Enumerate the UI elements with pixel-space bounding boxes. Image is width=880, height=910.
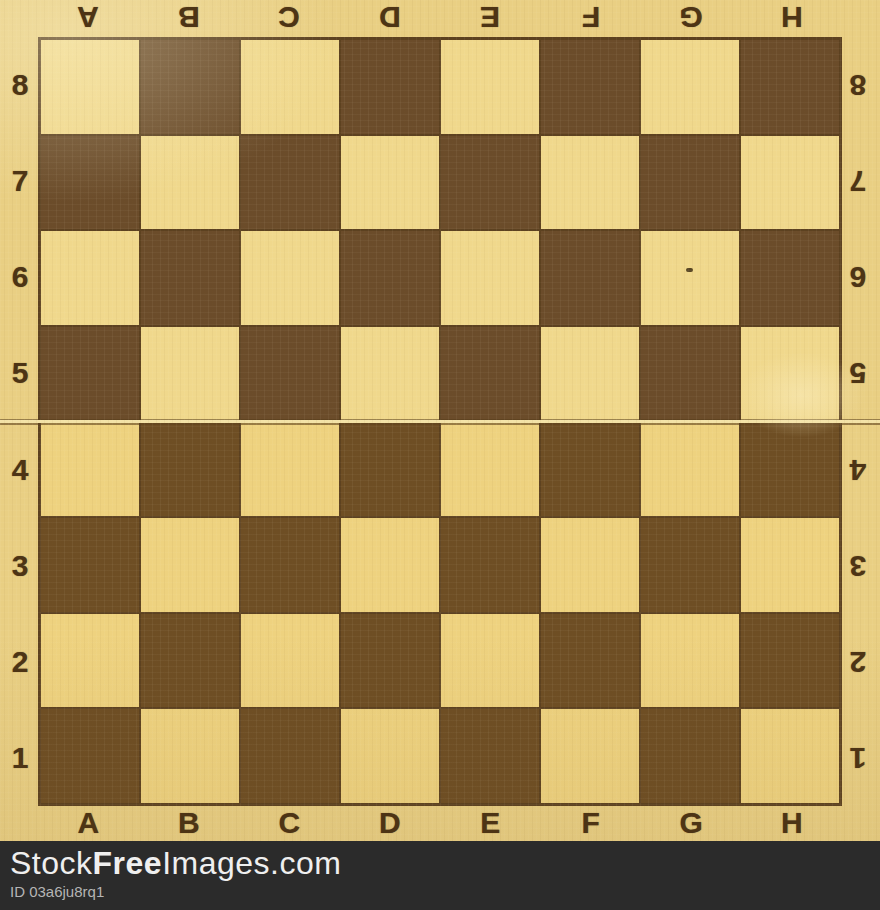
rank-label-left-7: 7 xyxy=(12,166,29,196)
rank-label-right-7: 7 xyxy=(850,166,867,196)
square-b3 xyxy=(141,518,239,612)
square-g8 xyxy=(641,40,739,134)
square-h6 xyxy=(741,231,839,325)
watermark-image-id: ID 03a6ju8rq1 xyxy=(10,883,104,901)
square-g3 xyxy=(641,518,739,612)
square-b6 xyxy=(141,231,239,325)
rank-label-left-5: 5 xyxy=(12,358,29,388)
square-h1 xyxy=(741,709,839,803)
file-label-top-d: D xyxy=(379,2,401,32)
square-f4 xyxy=(541,423,639,517)
square-e2 xyxy=(441,614,539,708)
square-a7 xyxy=(41,136,139,230)
board-photo: AABBCCDDEEFFGGHH8877665544332211 xyxy=(0,0,880,841)
square-b2 xyxy=(141,614,239,708)
square-e6 xyxy=(441,231,539,325)
file-label-top-a: A xyxy=(77,2,99,32)
square-a5 xyxy=(41,327,139,421)
file-label-bottom-g: G xyxy=(680,808,703,838)
square-d2 xyxy=(341,614,439,708)
square-f6 xyxy=(541,231,639,325)
rank-label-left-4: 4 xyxy=(12,455,29,485)
file-label-bottom-a: A xyxy=(77,808,99,838)
square-c3 xyxy=(241,518,339,612)
rank-label-left-2: 2 xyxy=(12,647,29,677)
square-b7 xyxy=(141,136,239,230)
file-label-top-h: H xyxy=(781,2,803,32)
square-h3 xyxy=(741,518,839,612)
square-b4 xyxy=(141,423,239,517)
square-g6 xyxy=(641,231,739,325)
watermark-bar: StockFreeImages.com ID 03a6ju8rq1 xyxy=(0,841,880,910)
file-label-bottom-h: H xyxy=(781,808,803,838)
square-e8 xyxy=(441,40,539,134)
square-c6 xyxy=(241,231,339,325)
watermark-site-part3: Images.com xyxy=(162,845,341,881)
square-f7 xyxy=(541,136,639,230)
file-label-bottom-b: B xyxy=(178,808,200,838)
square-f3 xyxy=(541,518,639,612)
square-a1 xyxy=(41,709,139,803)
watermark-site-name: StockFreeImages.com xyxy=(10,845,341,881)
square-a8 xyxy=(41,40,139,134)
square-g2 xyxy=(641,614,739,708)
square-d8 xyxy=(341,40,439,134)
rank-label-left-6: 6 xyxy=(12,262,29,292)
square-h5 xyxy=(741,327,839,421)
square-a6 xyxy=(41,231,139,325)
square-c4 xyxy=(241,423,339,517)
square-c8 xyxy=(241,40,339,134)
rank-label-right-6: 6 xyxy=(850,262,867,292)
file-label-top-b: B xyxy=(178,2,200,32)
square-d6 xyxy=(341,231,439,325)
square-d1 xyxy=(341,709,439,803)
square-g4 xyxy=(641,423,739,517)
square-h8 xyxy=(741,40,839,134)
square-a4 xyxy=(41,423,139,517)
square-d3 xyxy=(341,518,439,612)
file-label-top-g: G xyxy=(680,2,703,32)
file-label-bottom-f: F xyxy=(582,808,600,838)
square-g7 xyxy=(641,136,739,230)
rank-label-right-5: 5 xyxy=(850,358,867,388)
rank-label-right-8: 8 xyxy=(850,70,867,100)
square-d7 xyxy=(341,136,439,230)
square-f8 xyxy=(541,40,639,134)
square-h2 xyxy=(741,614,839,708)
square-g1 xyxy=(641,709,739,803)
square-g5 xyxy=(641,327,739,421)
file-label-top-c: C xyxy=(278,2,300,32)
rank-label-right-1: 1 xyxy=(850,743,867,773)
rank-label-left-1: 1 xyxy=(12,743,29,773)
rank-label-right-2: 2 xyxy=(850,647,867,677)
square-c2 xyxy=(241,614,339,708)
file-label-top-f: F xyxy=(582,2,600,32)
square-h4 xyxy=(741,423,839,517)
square-c5 xyxy=(241,327,339,421)
rank-label-left-3: 3 xyxy=(12,551,29,581)
square-e1 xyxy=(441,709,539,803)
watermark-site-part2: Free xyxy=(93,845,163,881)
watermark-site-part1: Stock xyxy=(10,845,93,881)
square-f2 xyxy=(541,614,639,708)
rank-label-right-4: 4 xyxy=(850,455,867,485)
square-b5 xyxy=(141,327,239,421)
square-d4 xyxy=(341,423,439,517)
square-a3 xyxy=(41,518,139,612)
file-label-top-e: E xyxy=(480,2,500,32)
wood-speck xyxy=(686,268,693,272)
rank-label-left-8: 8 xyxy=(12,70,29,100)
screenshot-stage: AABBCCDDEEFFGGHH8877665544332211 StockFr… xyxy=(0,0,880,910)
square-e4 xyxy=(441,423,539,517)
square-e3 xyxy=(441,518,539,612)
rank-label-right-3: 3 xyxy=(850,551,867,581)
square-e7 xyxy=(441,136,539,230)
square-e5 xyxy=(441,327,539,421)
square-c1 xyxy=(241,709,339,803)
square-f1 xyxy=(541,709,639,803)
square-a2 xyxy=(41,614,139,708)
square-d5 xyxy=(341,327,439,421)
square-b1 xyxy=(141,709,239,803)
square-h7 xyxy=(741,136,839,230)
square-c7 xyxy=(241,136,339,230)
file-label-bottom-c: C xyxy=(278,808,300,838)
file-label-bottom-e: E xyxy=(480,808,500,838)
square-f5 xyxy=(541,327,639,421)
square-b8 xyxy=(141,40,239,134)
file-label-bottom-d: D xyxy=(379,808,401,838)
board-fold-seam xyxy=(0,419,880,426)
